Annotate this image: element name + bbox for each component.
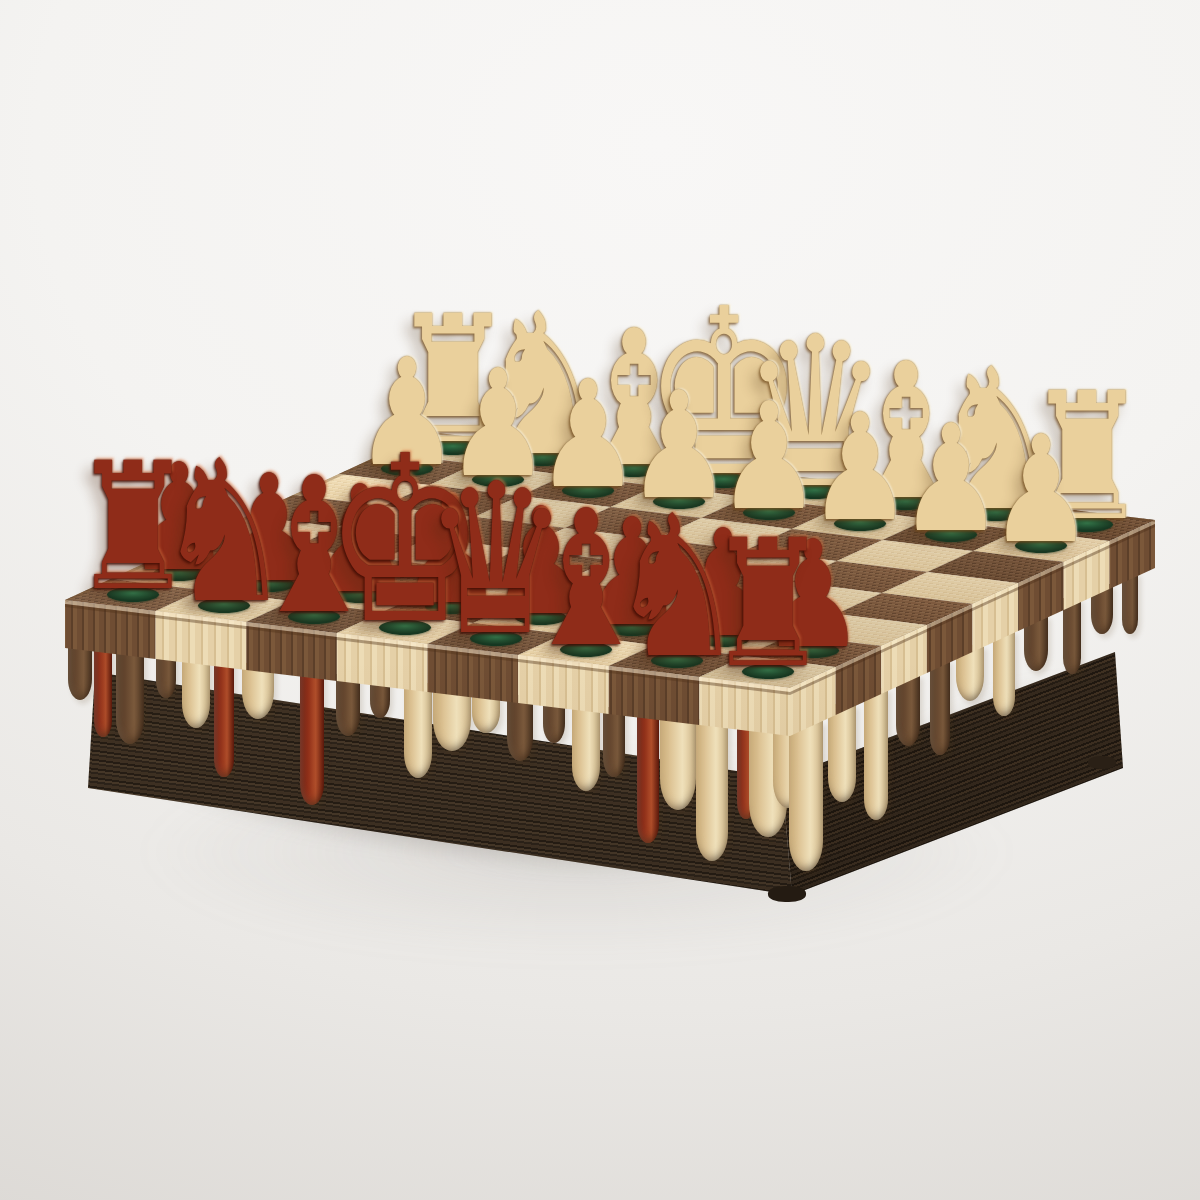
drip-maple [404, 683, 432, 778]
drip-walnut [930, 659, 950, 755]
drip-maple [828, 704, 856, 802]
drip-walnut [507, 695, 533, 761]
stage: ♜♞♝♚♛♝♞♜♟♟♟♟♟♟♟♟♟♟♟♟♟♟♟♟♜♞♝♚♛♝♞♜ [0, 0, 1200, 1200]
drip-padauk [214, 659, 234, 777]
piece-white-pawn[interactable]: ♟ [990, 416, 1093, 564]
drip-maple [660, 714, 696, 810]
drip-maple [993, 630, 1015, 716]
drip-maple [864, 688, 888, 820]
drip-walnut [336, 674, 360, 736]
piece-black-rook[interactable]: ♜ [706, 517, 829, 693]
drip-padauk [94, 645, 112, 737]
drip-padauk [300, 670, 324, 805]
drip-walnut [116, 648, 144, 744]
drip-maple [182, 656, 210, 728]
drip-walnut [603, 707, 625, 777]
drip-walnut [1063, 598, 1081, 674]
drip-maple [696, 719, 728, 861]
piece-white-pawn[interactable]: ♟ [899, 405, 1002, 553]
drip-padauk [637, 711, 659, 843]
drip-maple [572, 703, 600, 791]
drip-maple [789, 721, 823, 871]
